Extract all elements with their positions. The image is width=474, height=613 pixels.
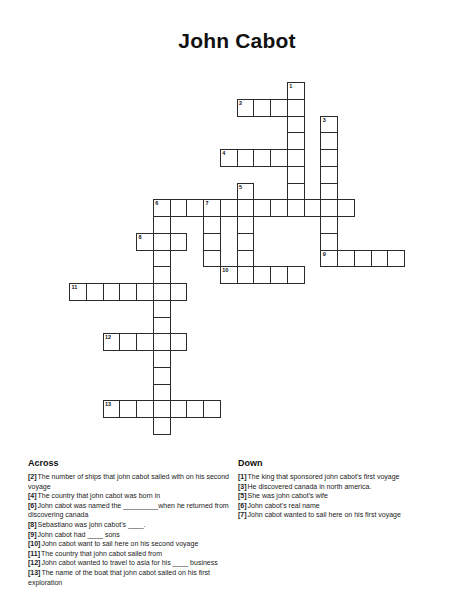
across-clues-section: Across [2]The number of ships that john … [28,458,234,587]
grid-cell-r3c13[interactable] [287,132,305,150]
grid-cell-r19c4[interactable] [136,400,154,418]
grid-cell-r9c15[interactable] [320,233,338,251]
clue-num: [5] [238,492,248,499]
grid-cell-r12c2[interactable] [103,283,121,301]
grid-cell-r19c7[interactable] [186,400,204,418]
clue-num: [11] [28,550,41,557]
clue-text: John cabot's real name [248,502,320,509]
across-header: Across [28,458,234,468]
grid-cell-r16c5[interactable] [153,350,171,368]
clue-text: John cabot had ____ sons [38,531,120,538]
grid-cell-r4c11[interactable] [253,149,271,167]
clue-num: [8] [28,521,38,528]
across-clue-2: [2]The number of ships that john cabot s… [28,472,234,491]
clue-number-2: 2 [239,100,242,106]
grid-cell-r12c0[interactable]: 11 [69,283,87,301]
clue-text: The number of ships that john cabot sail… [28,473,229,490]
clue-text: John cabot wanted to travel to asia for … [41,559,217,566]
grid-cell-r5c15[interactable] [320,166,338,184]
grid-cell-r12c6[interactable] [170,283,188,301]
grid-cell-r2c13[interactable] [287,116,305,134]
clue-text: He discovered canada in north america. [248,483,372,490]
grid-cell-r19c6[interactable] [170,400,188,418]
grid-cell-r11c5[interactable] [153,266,171,284]
across-clue-9: [9]John cabot had ____ sons [28,530,234,540]
grid-cell-r15c4[interactable] [136,333,154,351]
clue-text: She was john cabot's wife [248,492,328,499]
grid-cell-r6c13[interactable] [287,183,305,201]
grid-cell-r10c19[interactable] [387,250,405,268]
puzzle-title: John Cabot [0,29,474,53]
clue-text: John cabot want to sail here on his seco… [41,540,198,547]
grid-cell-r9c8[interactable] [203,233,221,251]
clue-num: [10] [28,540,41,547]
grid-cell-r7c12[interactable] [270,199,288,217]
grid-cell-r7c10[interactable] [237,199,255,217]
clue-text: The name of the boat that john cabot sai… [28,569,210,586]
clue-num: [6] [28,502,38,509]
down-clue-6: [6]John cabot's real name [238,501,448,511]
grid-cell-r7c16[interactable] [337,199,355,217]
grid-cell-r8c10[interactable] [237,216,255,234]
clue-num: [3] [238,483,248,490]
grid-cell-r9c10[interactable] [237,233,255,251]
clue-text: Sebastiano was john cabot's ____. [38,521,146,528]
clue-number-5: 5 [239,184,242,190]
grid-cell-r7c9[interactable] [220,199,238,217]
grid-cell-r11c12[interactable] [270,266,288,284]
clue-number-1: 1 [289,83,292,89]
grid-cell-r9c5[interactable] [153,233,171,251]
grid-cell-r7c6[interactable] [170,199,188,217]
down-clue-3: [3]He discovered canada in north america… [238,482,448,492]
grid-cell-r4c10[interactable] [237,149,255,167]
grid-cell-r8c5[interactable] [153,216,171,234]
grid-cell-r7c14[interactable] [304,199,322,217]
grid-cell-r13c5[interactable] [153,300,171,318]
down-clue-1: [1]The king that sponsored john cabot's … [238,472,448,482]
crossword-page: John Cabot 12345678910111213 Across [2]T… [0,0,474,613]
grid-cell-r6c15[interactable] [320,183,338,201]
grid-cell-r10c17[interactable] [354,250,372,268]
down-header: Down [238,458,448,468]
grid-cell-r10c16[interactable] [337,250,355,268]
across-clue-6: [6]John cabot was named the _________whe… [28,501,234,520]
clue-number-13: 13 [105,401,111,407]
grid-cell-r7c8[interactable]: 7 [203,199,221,217]
grid-cell-r15c3[interactable] [119,333,137,351]
clue-text: John cabot wanted to sail here on his fi… [248,511,401,518]
clue-number-12: 12 [105,334,111,340]
grid-cell-r10c8[interactable] [203,250,221,268]
grid-cell-r19c8[interactable] [203,400,221,418]
grid-cell-r8c8[interactable] [203,216,221,234]
clue-number-3: 3 [323,117,326,123]
grid-cell-r14c5[interactable] [153,317,171,335]
across-clue-12: [12]John cabot wanted to travel to asia … [28,558,234,568]
clue-num: [13] [28,569,41,576]
clue-number-7: 7 [206,200,209,206]
grid-cell-r1c12[interactable] [270,99,288,117]
grid-cell-r11c9[interactable]: 10 [220,266,238,284]
grid-cell-r9c6[interactable] [170,233,188,251]
clue-text: The country that john cabot was born in [38,492,161,499]
grid-cell-r10c10[interactable] [237,250,255,268]
grid-cell-r9c4[interactable]: 8 [136,233,154,251]
grid-cell-r1c10[interactable]: 2 [237,99,255,117]
grid-cell-r11c11[interactable] [253,266,271,284]
grid-cell-r15c2[interactable]: 12 [103,333,121,351]
grid-cell-r10c5[interactable] [153,250,171,268]
across-clue-4: [4]The country that john cabot was born … [28,491,234,501]
across-clue-10: [10]John cabot want to sail here on his … [28,539,234,549]
grid-cell-r1c13[interactable] [287,99,305,117]
grid-cell-r12c4[interactable] [136,283,154,301]
clue-text: John cabot was named the _________when h… [28,502,229,519]
grid-cell-r4c13[interactable] [287,149,305,167]
grid-cell-r15c6[interactable] [170,333,188,351]
clue-num: [9] [28,531,38,538]
down-clue-7: [7]John cabot wanted to sail here on his… [238,510,448,520]
grid-cell-r2c15[interactable]: 3 [320,116,338,134]
grid-cell-r12c5[interactable] [153,283,171,301]
grid-cell-r11c10[interactable] [237,266,255,284]
grid-cell-r0c13[interactable]: 1 [287,82,305,100]
clue-text: The king that sponsored john cabot's fir… [248,473,400,480]
grid-cell-r19c2[interactable]: 13 [103,400,121,418]
clue-number-4: 4 [222,150,225,156]
grid-cell-r12c1[interactable] [86,283,104,301]
clue-num: [7] [238,511,248,518]
clue-number-8: 8 [139,234,142,240]
clue-num: [4] [28,492,38,499]
clue-num: [6] [238,502,248,509]
grid-cell-r7c15[interactable] [320,199,338,217]
clue-number-9: 9 [323,251,326,257]
grid-cell-r17c5[interactable] [153,367,171,385]
grid-cell-r1c11[interactable] [253,99,271,117]
clue-num: [2] [28,473,38,480]
grid-cell-r7c5[interactable]: 6 [153,199,171,217]
crossword-grid: 12345678910111213 [69,82,407,437]
grid-cell-r8c15[interactable] [320,216,338,234]
grid-cell-r4c9[interactable]: 4 [220,149,238,167]
clue-text: The country that john cabot sailed from [41,550,162,557]
grid-cell-r6c10[interactable]: 5 [237,183,255,201]
grid-cell-r7c7[interactable] [186,199,204,217]
clue-number-6: 6 [155,200,158,206]
down-clues-section: Down [1]The king that sponsored john cab… [238,458,448,520]
grid-cell-r7c11[interactable] [253,199,271,217]
across-clue-13: [13]The name of the boat that john cabot… [28,568,234,587]
grid-cell-r3c15[interactable] [320,132,338,150]
clue-number-11: 11 [72,284,78,290]
grid-cell-r19c5[interactable] [153,400,171,418]
grid-cell-r10c15[interactable]: 9 [320,250,338,268]
grid-cell-r12c3[interactable] [119,283,137,301]
clue-number-10: 10 [222,267,228,273]
down-clue-5: [5]She was john cabot's wife [238,491,448,501]
grid-cell-r19c3[interactable] [119,400,137,418]
clue-num: [1] [238,473,248,480]
grid-cell-r4c15[interactable] [320,149,338,167]
grid-cell-r11c13[interactable] [287,266,305,284]
grid-cell-r18c5[interactable] [153,384,171,402]
across-clue-8: [8]Sebastiano was john cabot's ____. [28,520,234,530]
grid-cell-r10c18[interactable] [371,250,389,268]
grid-cell-r15c5[interactable] [153,333,171,351]
grid-cell-r4c12[interactable] [270,149,288,167]
clue-num: [12] [28,559,41,566]
grid-cell-r7c13[interactable] [287,199,305,217]
grid-cell-r5c13[interactable] [287,166,305,184]
across-clue-11: [11]The country that john cabot sailed f… [28,549,234,559]
grid-cell-r20c5[interactable] [153,417,171,435]
